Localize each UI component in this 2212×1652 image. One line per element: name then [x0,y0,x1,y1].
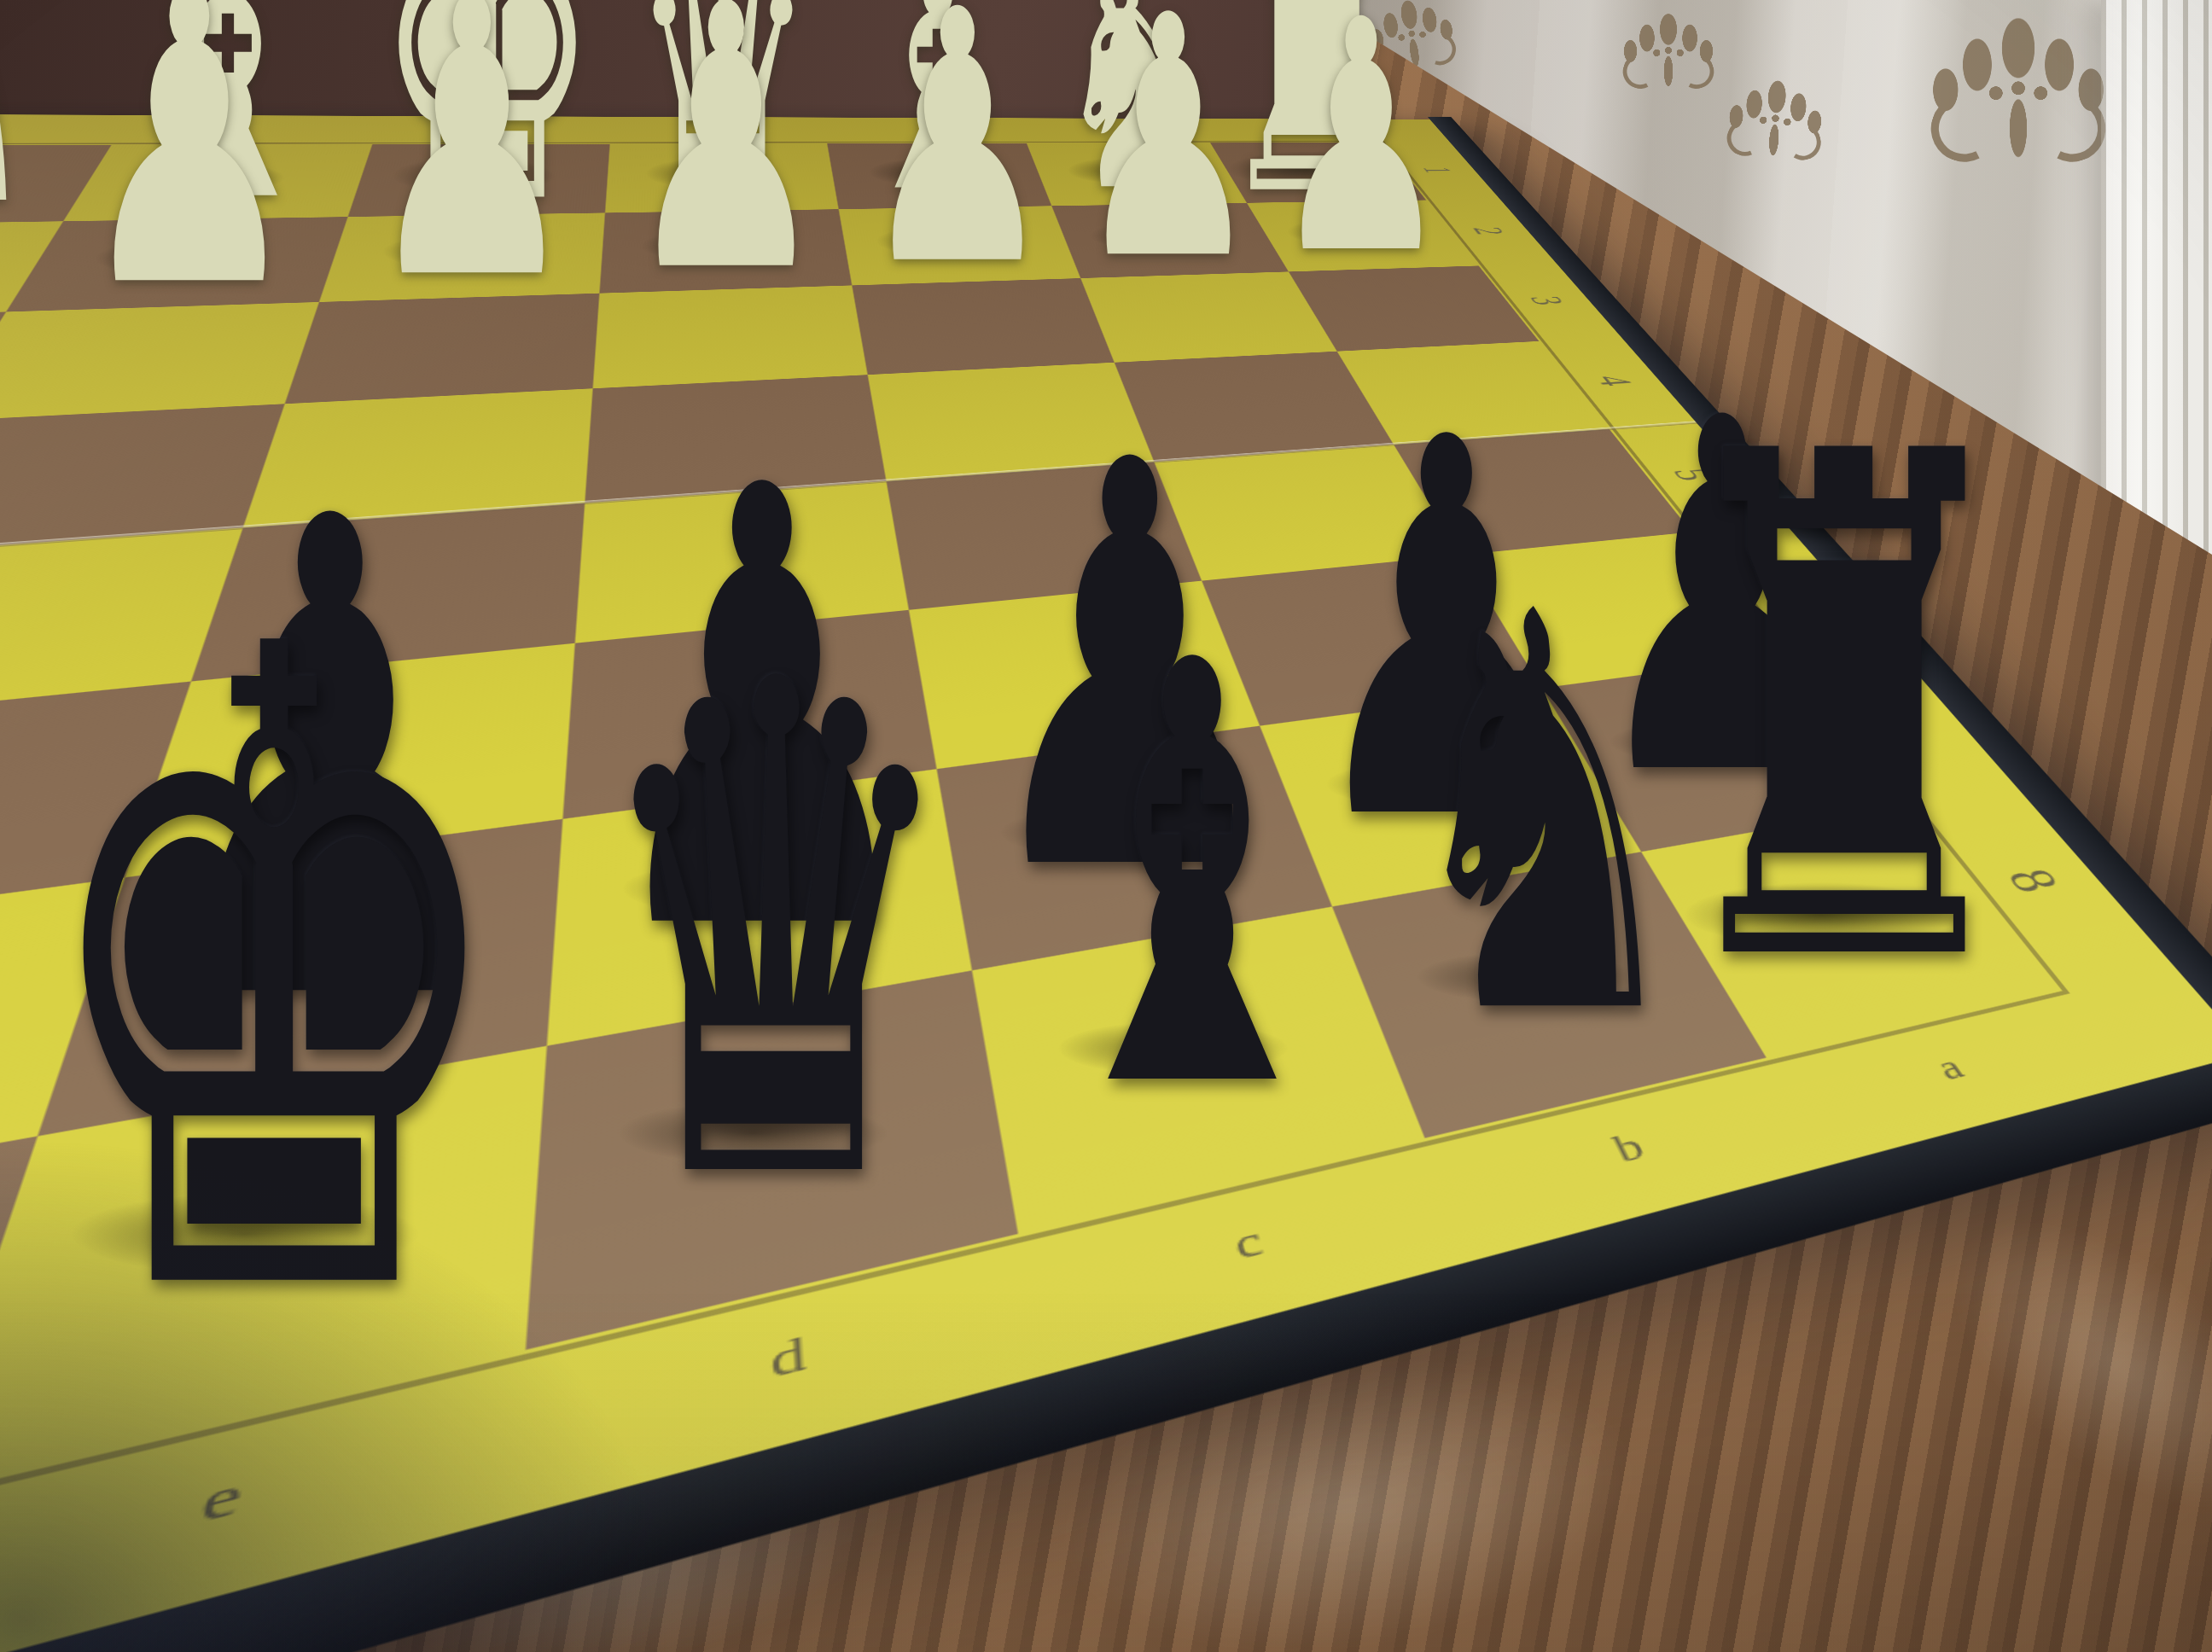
black-king-e8[interactable]: ♚ [30,538,518,1416]
black-pawn-f7[interactable]: ♟ [0,463,15,1183]
curtain-flower-icon [1925,15,2112,182]
curtain-flower-icon [1722,75,1829,172]
white-pawn-e2[interactable]: ♟ [365,0,579,331]
table-reflection [1899,1163,2212,1568]
black-rook-a8[interactable]: ♜ [1652,365,2037,1057]
black-knight-b8[interactable]: ♞ [1392,543,1696,1090]
white-pawn-a2[interactable]: ♟ [1272,0,1450,298]
white-pawn-f2[interactable]: ♟ [77,0,302,342]
black-bishop-c8[interactable]: ♝ [1031,588,1353,1168]
white-pawn-c2[interactable]: ♟ [861,0,1055,313]
white-pawn-b2[interactable]: ♟ [1076,0,1261,305]
white-knight-g1[interactable]: ♞ [0,0,44,256]
photo-scene: hgfedcba 12345678 ♜♞♝♛♚♝♞♜♟♟♟♟♟♟♟♟♟♟♟♟♟♟… [0,0,2212,1652]
white-pawn-d2[interactable]: ♟ [625,0,828,322]
black-queen-d8[interactable]: ♛ [587,595,964,1273]
curtain-flower-icon [1620,12,1717,99]
